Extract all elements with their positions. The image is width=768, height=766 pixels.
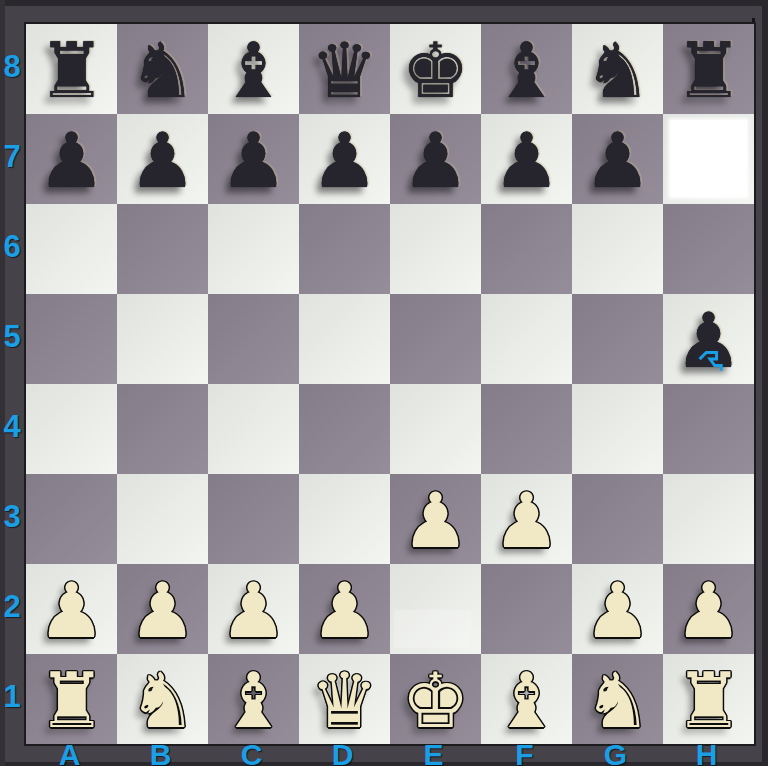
piece-white-pawn[interactable]: ♟ (299, 564, 390, 654)
square-b7[interactable]: ♟ (117, 114, 208, 204)
square-e7[interactable]: ♟ (390, 114, 481, 204)
square-e8[interactable]: ♚ (390, 24, 481, 114)
square-a5[interactable] (26, 294, 117, 384)
piece-white-rook[interactable]: ♜ (663, 654, 754, 744)
square-e4[interactable] (390, 384, 481, 474)
piece-black-pawn[interactable]: ♟ (572, 114, 663, 204)
square-b1[interactable]: ♞ (117, 654, 208, 744)
piece-black-pawn[interactable]: ♟ (299, 114, 390, 204)
piece-black-pawn[interactable]: ♟ (390, 114, 481, 204)
frame-edge-top (0, 0, 768, 6)
square-g8[interactable]: ♞ (572, 24, 663, 114)
piece-black-pawn[interactable]: ♟ (208, 114, 299, 204)
square-f1[interactable]: ♝ (481, 654, 572, 744)
square-c5[interactable] (208, 294, 299, 384)
square-b3[interactable] (117, 474, 208, 564)
square-d7[interactable]: ♟ (299, 114, 390, 204)
piece-white-pawn[interactable]: ♟ (117, 564, 208, 654)
square-f5[interactable] (481, 294, 572, 384)
piece-white-knight[interactable]: ♞ (572, 654, 663, 744)
piece-black-rook[interactable]: ♜ (663, 24, 754, 114)
square-e6[interactable] (390, 204, 481, 294)
rank-label-6: 6 (0, 202, 24, 292)
piece-black-pawn[interactable]: ♟ (481, 114, 572, 204)
rank-label-7: 7 (0, 112, 24, 202)
square-h2[interactable]: ♟ (663, 564, 754, 654)
piece-white-king[interactable]: ♚ (390, 654, 481, 744)
square-c4[interactable] (208, 384, 299, 474)
square-b5[interactable] (117, 294, 208, 384)
square-a2[interactable]: ♟ (26, 564, 117, 654)
square-f4[interactable] (481, 384, 572, 474)
square-b4[interactable] (117, 384, 208, 474)
square-g6[interactable] (572, 204, 663, 294)
square-f2[interactable] (481, 564, 572, 654)
piece-black-knight[interactable]: ♞ (572, 24, 663, 114)
square-f6[interactable] (481, 204, 572, 294)
square-g1[interactable]: ♞ (572, 654, 663, 744)
square-h6[interactable] (663, 204, 754, 294)
square-g2[interactable]: ♟ (572, 564, 663, 654)
piece-black-pawn[interactable]: ♟ (26, 114, 117, 204)
square-e1[interactable]: ♚ (390, 654, 481, 744)
move-from-highlight (670, 120, 747, 197)
square-h5[interactable]: ♟ (663, 294, 754, 384)
rank-label-5: 5 (0, 292, 24, 382)
square-e2[interactable] (390, 564, 481, 654)
piece-white-queen[interactable]: ♛ (299, 654, 390, 744)
piece-white-pawn[interactable]: ♟ (572, 564, 663, 654)
square-d3[interactable] (299, 474, 390, 564)
square-d6[interactable] (299, 204, 390, 294)
rank-label-8: 8 (0, 22, 24, 112)
rank-label-1: 1 (0, 652, 24, 742)
rank-label-3: 3 (0, 472, 24, 562)
square-c8[interactable]: ♝ (208, 24, 299, 114)
piece-white-bishop[interactable]: ♝ (208, 654, 299, 744)
frame-edge-right (762, 0, 768, 766)
rank-label-4: 4 (0, 382, 24, 472)
chess-board: ♜♞♝♛♚♝♞♜♟♟♟♟♟♟♟♟♟♟♟♟♟♟♟♟♜♞♝♛♚♝♞♜ (24, 22, 756, 746)
square-c3[interactable] (208, 474, 299, 564)
square-a7[interactable]: ♟ (26, 114, 117, 204)
piece-black-bishop[interactable]: ♝ (208, 24, 299, 114)
last-move-marker-icon (693, 345, 729, 373)
piece-black-rook[interactable]: ♜ (26, 24, 117, 114)
square-h8[interactable]: ♜ (663, 24, 754, 114)
square-e3[interactable]: ♟ (390, 474, 481, 564)
square-c7[interactable]: ♟ (208, 114, 299, 204)
square-h4[interactable] (663, 384, 754, 474)
square-g5[interactable] (572, 294, 663, 384)
piece-white-knight[interactable]: ♞ (117, 654, 208, 744)
square-d5[interactable] (299, 294, 390, 384)
piece-white-pawn[interactable]: ♟ (26, 564, 117, 654)
square-b2[interactable]: ♟ (117, 564, 208, 654)
square-e5[interactable] (390, 294, 481, 384)
square-h3[interactable] (663, 474, 754, 564)
square-a3[interactable] (26, 474, 117, 564)
piece-black-knight[interactable]: ♞ (117, 24, 208, 114)
square-a4[interactable] (26, 384, 117, 474)
square-c2[interactable]: ♟ (208, 564, 299, 654)
piece-white-pawn[interactable]: ♟ (208, 564, 299, 654)
square-d1[interactable]: ♛ (299, 654, 390, 744)
square-b6[interactable] (117, 204, 208, 294)
square-f7[interactable]: ♟ (481, 114, 572, 204)
square-f8[interactable]: ♝ (481, 24, 572, 114)
piece-white-pawn[interactable]: ♟ (390, 474, 481, 564)
piece-white-pawn[interactable]: ♟ (663, 564, 754, 654)
square-c6[interactable] (208, 204, 299, 294)
square-g4[interactable] (572, 384, 663, 474)
piece-white-bishop[interactable]: ♝ (481, 654, 572, 744)
square-c1[interactable]: ♝ (208, 654, 299, 744)
square-g3[interactable] (572, 474, 663, 564)
square-b8[interactable]: ♞ (117, 24, 208, 114)
square-d4[interactable] (299, 384, 390, 474)
square-d2[interactable]: ♟ (299, 564, 390, 654)
square-a1[interactable]: ♜ (26, 654, 117, 744)
square-a8[interactable]: ♜ (26, 24, 117, 114)
piece-white-rook[interactable]: ♜ (26, 654, 117, 744)
square-h1[interactable]: ♜ (663, 654, 754, 744)
square-d8[interactable]: ♛ (299, 24, 390, 114)
piece-black-pawn[interactable]: ♟ (117, 114, 208, 204)
piece-black-king[interactable]: ♚ (390, 24, 481, 114)
piece-black-queen[interactable]: ♛ (299, 24, 390, 114)
piece-white-pawn[interactable]: ♟ (481, 474, 572, 564)
piece-black-bishop[interactable]: ♝ (481, 24, 572, 114)
square-f3[interactable]: ♟ (481, 474, 572, 564)
square-h7[interactable] (663, 114, 754, 204)
square-a6[interactable] (26, 204, 117, 294)
square-g7[interactable]: ♟ (572, 114, 663, 204)
faint-square-highlight (394, 610, 471, 648)
chess-board-frame: ♜♞♝♛♚♝♞♜♟♟♟♟♟♟♟♟♟♟♟♟♟♟♟♟♜♞♝♛♚♝♞♜ 8765432… (0, 0, 768, 766)
rank-label-2: 2 (0, 562, 24, 652)
